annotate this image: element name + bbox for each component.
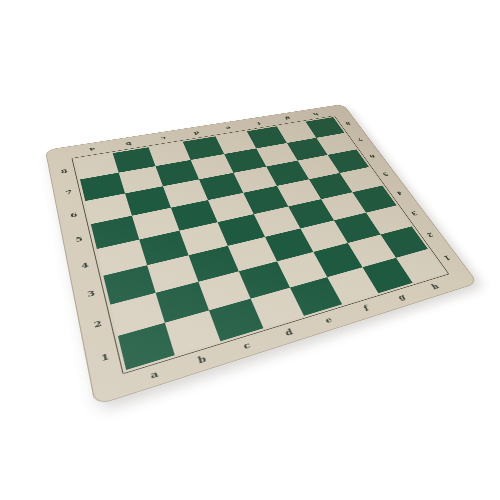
board-mat: aabbccddeeffgghh1122334455667788 (45, 104, 478, 406)
photo-background: aabbccddeeffgghh1122334455667788 (0, 0, 500, 500)
chess-board: aabbccddeeffgghh1122334455667788 (45, 104, 478, 406)
